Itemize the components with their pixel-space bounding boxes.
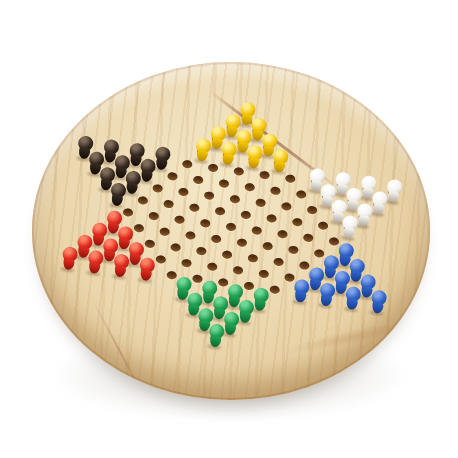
hole-opening <box>307 205 318 214</box>
hole-opening <box>185 231 196 240</box>
blue-peg-figure <box>291 278 310 305</box>
hole-opening <box>178 187 189 196</box>
peg-green[interactable] <box>202 329 230 346</box>
hole-opening <box>155 255 166 264</box>
peg-blue[interactable] <box>364 295 392 312</box>
hole-opening <box>222 250 233 259</box>
hole-opening <box>236 238 247 247</box>
peg-grid <box>47 86 415 369</box>
product-photo-canvas <box>0 0 458 458</box>
hole-opening <box>270 186 281 195</box>
hole-opening <box>251 226 262 235</box>
hole-opening <box>240 210 251 219</box>
peg-blue[interactable] <box>338 292 366 309</box>
hole-opening <box>233 266 244 275</box>
peg-base <box>371 301 383 313</box>
peg-base <box>114 265 126 277</box>
hole-opening <box>189 203 200 212</box>
hole-opening <box>181 259 192 268</box>
red-peg-figure <box>137 257 156 284</box>
peg-red[interactable] <box>106 259 134 276</box>
peg-base <box>345 298 357 310</box>
hole-opening <box>207 262 218 271</box>
hole-opening <box>167 172 178 181</box>
peg-red[interactable] <box>81 256 109 273</box>
hole-opening <box>211 234 222 243</box>
peg-base <box>294 291 306 303</box>
hole-opening <box>255 198 266 207</box>
peg-red[interactable] <box>132 263 160 280</box>
hole-opening <box>318 221 329 230</box>
hole-opening <box>148 211 159 220</box>
hole-opening <box>303 233 314 242</box>
hole-opening <box>262 242 273 251</box>
peg-base <box>319 294 331 306</box>
hole-opening <box>215 207 226 216</box>
hole-opening <box>200 219 211 228</box>
game-board <box>32 62 430 400</box>
red-peg-figure <box>85 249 104 276</box>
blue-peg-figure <box>317 282 336 309</box>
hole-opening <box>144 239 155 248</box>
hole-opening <box>163 199 174 208</box>
hole-opening <box>133 224 144 233</box>
peg-blue[interactable] <box>287 285 315 302</box>
peg-base <box>139 269 151 281</box>
hole-opening <box>229 195 240 204</box>
hole-opening <box>193 175 204 184</box>
blue-peg-figure <box>368 289 387 316</box>
hole-opening <box>292 218 303 227</box>
hole-opening <box>137 196 148 205</box>
hole-opening <box>269 285 280 294</box>
peg-base <box>62 258 74 270</box>
hole-opening <box>208 163 219 172</box>
hole-opening <box>225 222 236 231</box>
blue-peg-figure <box>342 286 361 313</box>
hole-opening <box>244 183 255 192</box>
hole-opening <box>233 167 244 176</box>
peg-base <box>209 335 221 347</box>
red-peg-figure <box>111 253 130 280</box>
hole-opening <box>182 160 193 169</box>
hole-opening <box>259 171 270 180</box>
hole-opening <box>174 215 185 224</box>
hole-opening <box>218 179 229 188</box>
green-peg-figure <box>206 323 225 350</box>
hole-opening <box>196 246 207 255</box>
hole-opening <box>152 184 163 193</box>
hole-opening <box>170 243 181 252</box>
peg-blue[interactable] <box>312 288 340 305</box>
peg-base <box>88 262 100 274</box>
hole-opening <box>247 254 258 263</box>
hole-opening <box>266 214 277 223</box>
hole-opening <box>277 230 288 239</box>
hole-opening <box>273 257 284 266</box>
hole-opening <box>159 227 170 236</box>
hole-opening <box>204 191 215 200</box>
hole-opening <box>123 208 134 217</box>
hole-opening <box>285 174 296 183</box>
hole-opening <box>258 269 269 278</box>
hole-opening <box>281 202 292 211</box>
peg-red[interactable] <box>55 252 83 269</box>
red-peg-figure <box>59 246 78 273</box>
hole-opening <box>288 245 299 254</box>
hole-opening <box>296 190 307 199</box>
